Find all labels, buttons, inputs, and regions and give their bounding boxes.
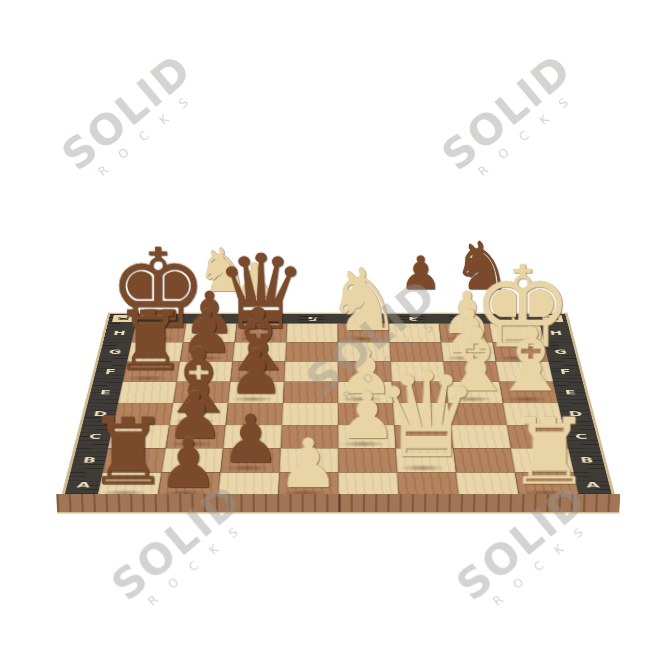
square-b6[interactable]: ♟ — [220, 448, 280, 472]
piece-white-r[interactable]: ♜ — [508, 409, 591, 496]
piece-white-p[interactable]: ♟ — [278, 432, 339, 497]
square-e5[interactable] — [283, 382, 338, 403]
piece-black-p[interactable]: ♟ — [157, 432, 218, 497]
board-side-edge — [56, 494, 620, 512]
square-b3[interactable]: ♛ — [396, 448, 456, 472]
piece-white-n[interactable]: ♞ — [325, 260, 402, 342]
piece-white-q[interactable]: ♛ — [374, 360, 480, 472]
chess-board-grid: ♜87654321♜H♚♟♛♞♟HG♟♟♚GF♜♝FE♟♟♝♝ED♝DC♟♟CB… — [61, 314, 617, 512]
board-fold-seam — [338, 494, 340, 512]
chess-scene: ♜87654321♜H♚♟♛♞♟HG♟♟♚GF♜♝FE♟♟♝♝ED♝DC♟♟CB… — [85, 268, 585, 528]
square-d5[interactable] — [282, 403, 338, 425]
piece-black-r[interactable]: ♜ — [86, 409, 169, 496]
watermark: SOLID R O C K S — [55, 47, 208, 188]
piece-white-b[interactable]: ♝ — [491, 319, 570, 403]
watermark: SOLID R O C K S — [435, 47, 588, 188]
chess-board: ♜87654321♜H♚♟♛♞♟HG♟♟♚GF♜♝FE♟♟♝♝ED♝DC♟♟CB… — [57, 313, 620, 514]
piece-black-p[interactable]: ♟ — [220, 408, 279, 471]
